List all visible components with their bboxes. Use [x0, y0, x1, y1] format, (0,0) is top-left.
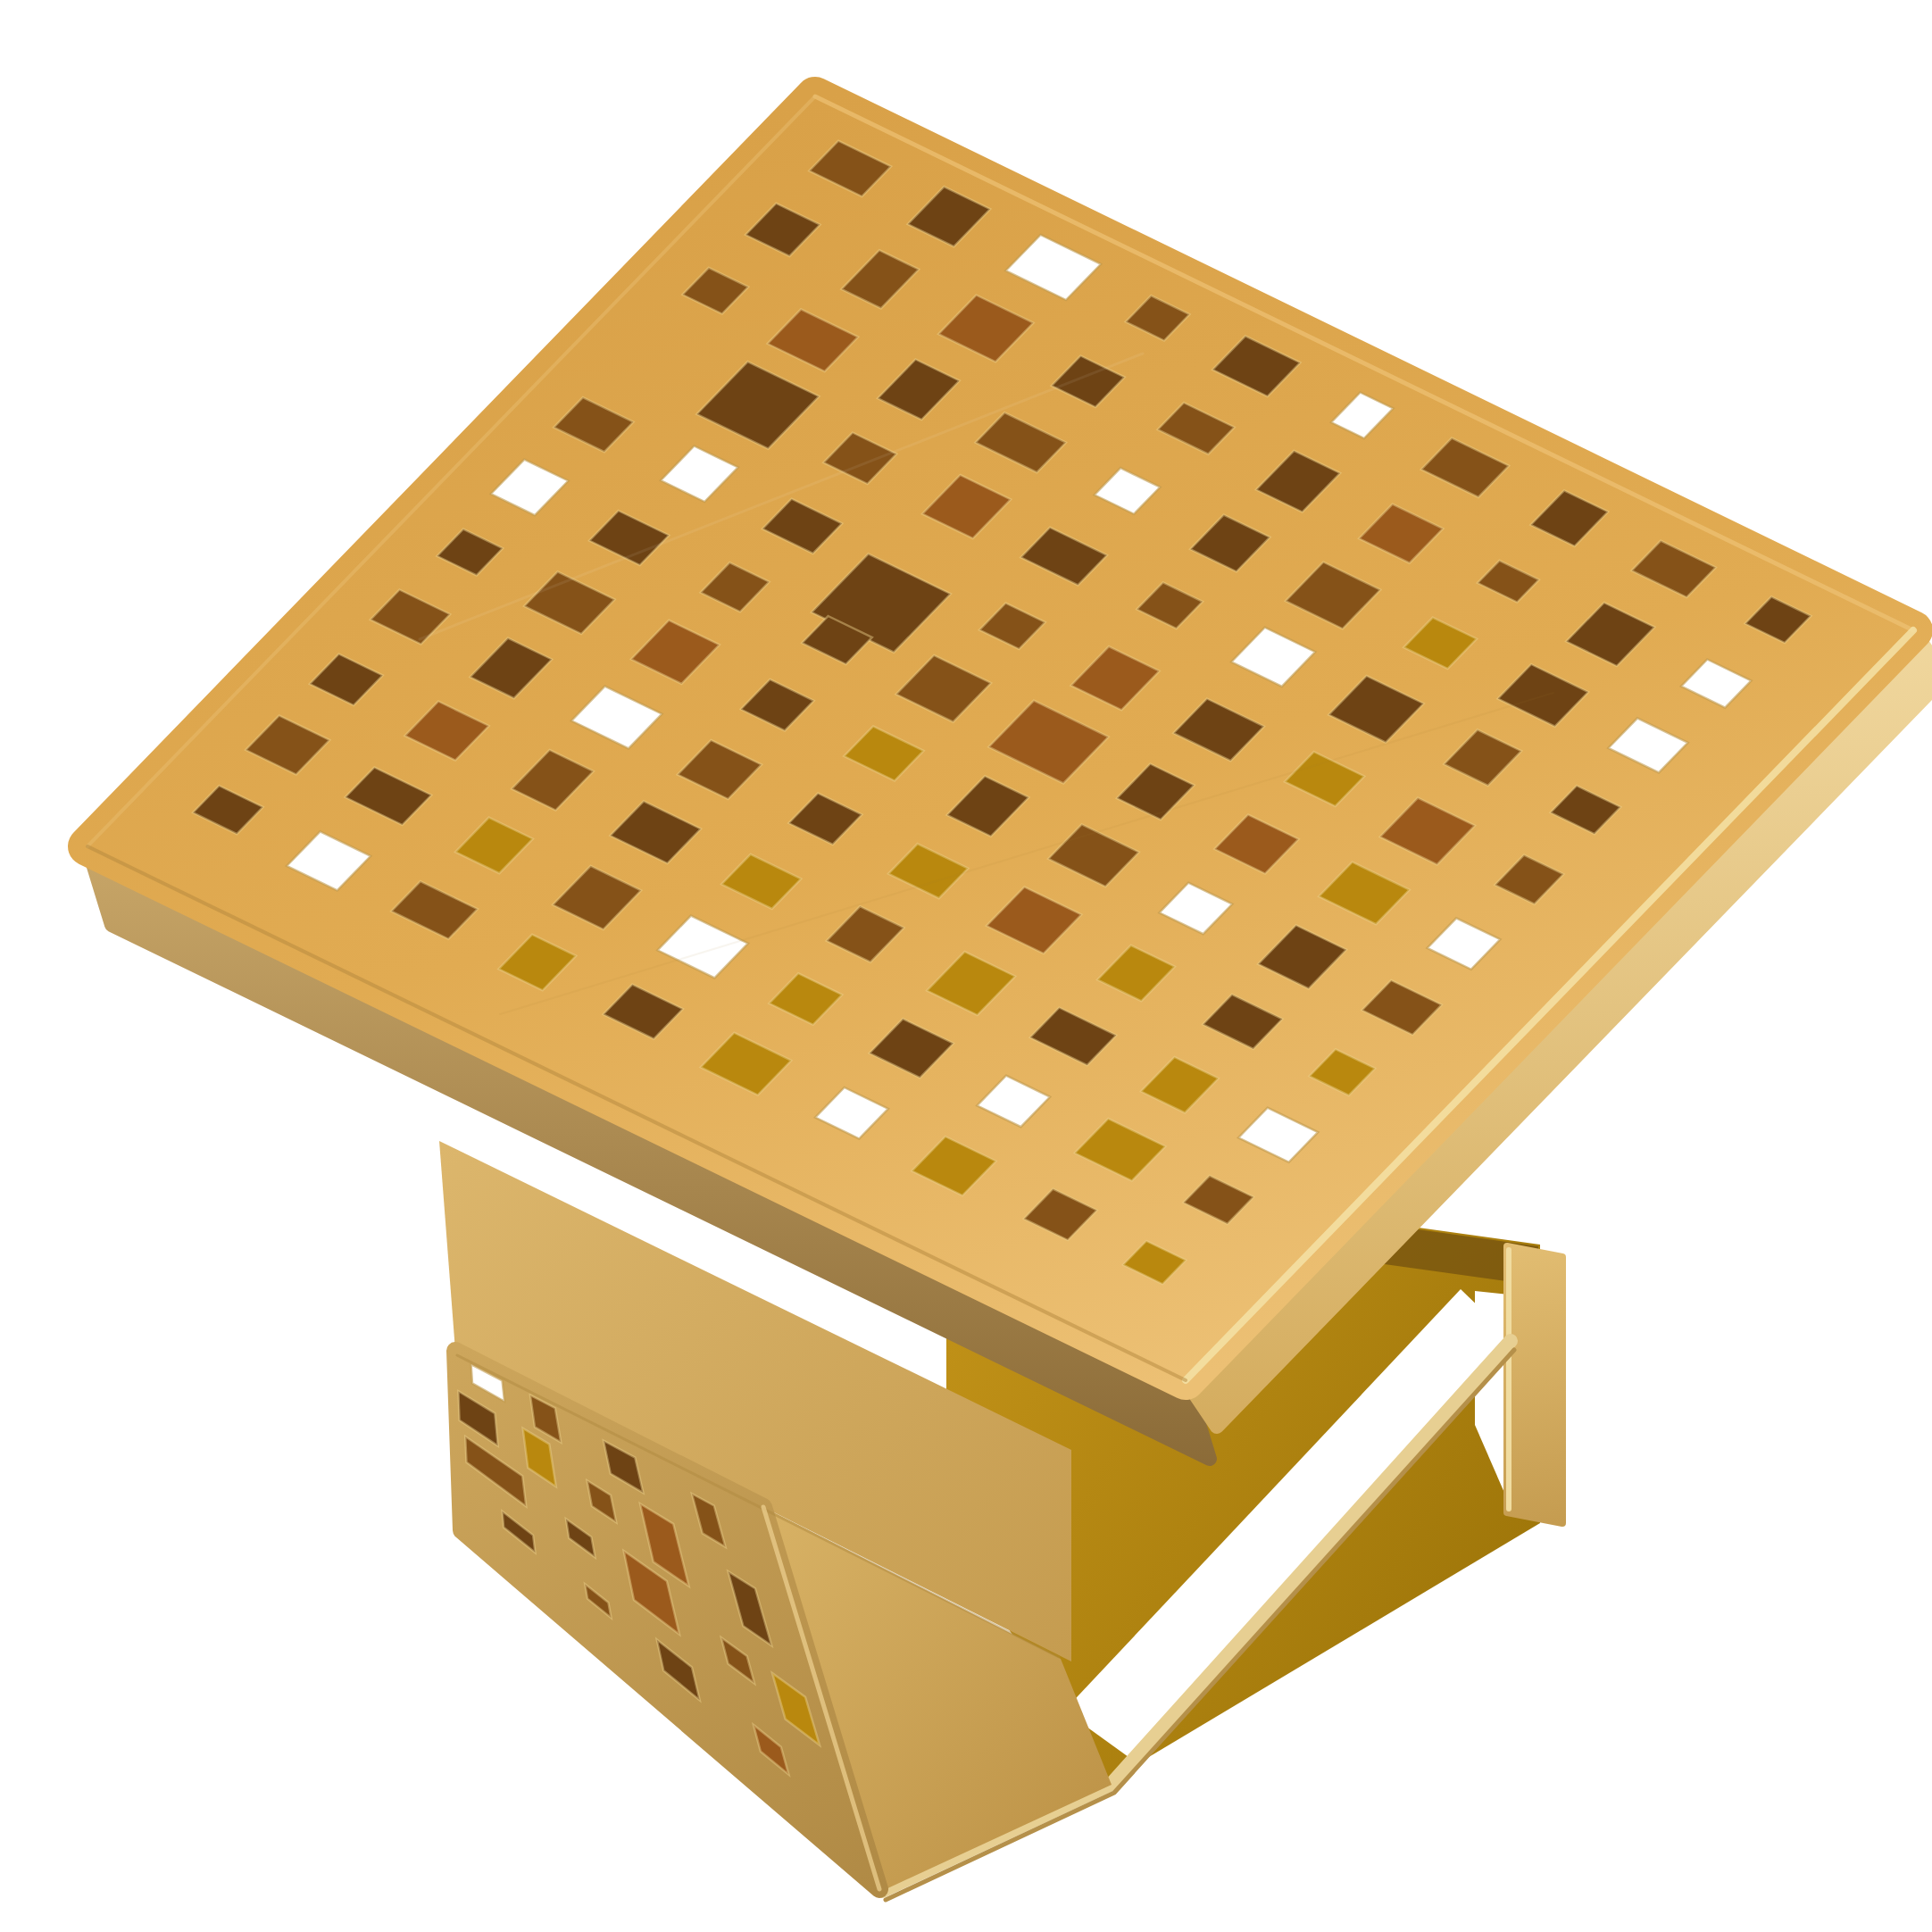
ring-product-photo [36, 14, 1932, 1932]
ring-svg [36, 14, 1932, 1932]
band-right-post [1507, 1246, 1562, 1523]
